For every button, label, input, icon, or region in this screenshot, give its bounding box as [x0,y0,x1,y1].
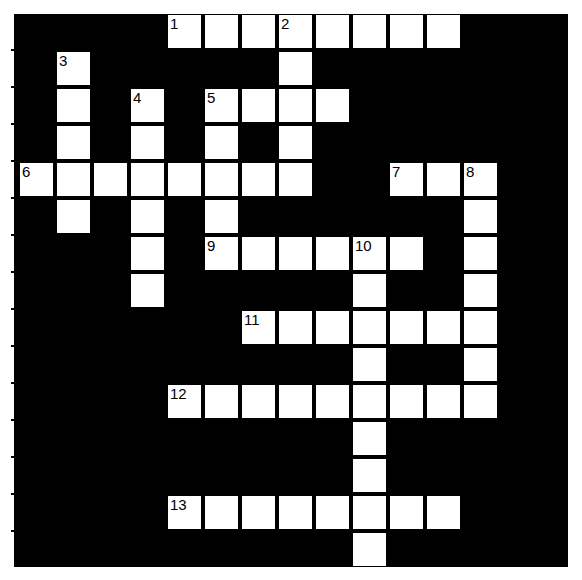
cell-r15c15 [538,533,571,566]
cell-r2c4 [131,52,164,85]
cell-r4c11 [390,126,423,159]
cell-r3c15 [538,89,571,122]
gridline-tick [11,160,14,162]
gridline-tick [11,493,14,495]
cell-r5c9 [316,163,349,196]
cell-r7c6[interactable]: 9 [205,237,238,270]
cell-r6c3 [94,200,127,233]
clue-number-4: 4 [133,90,141,105]
cell-r9c9[interactable] [316,311,349,344]
cell-r6c6[interactable] [205,200,238,233]
cell-r7c11[interactable] [390,237,423,270]
cell-r1c10[interactable] [353,15,386,48]
cell-r7c4[interactable] [131,237,164,270]
cell-r1c6[interactable] [205,15,238,48]
cell-r13c10[interactable] [353,459,386,492]
cell-r6c15 [538,200,571,233]
cell-r10c5 [168,348,201,381]
cell-r1c4 [131,15,164,48]
cell-r4c7 [242,126,275,159]
cell-r14c4 [131,496,164,529]
cell-r9c6 [205,311,238,344]
cell-r14c9[interactable] [316,496,349,529]
cell-r4c6[interactable] [205,126,238,159]
cell-r3c7[interactable] [242,89,275,122]
cell-r15c4 [131,533,164,566]
cell-r6c5 [168,200,201,233]
cell-r9c4 [131,311,164,344]
cell-r7c13[interactable] [464,237,497,270]
cell-r11c6[interactable] [205,385,238,418]
cell-r8c7 [242,274,275,307]
cell-r5c8[interactable] [279,163,312,196]
cell-r11c10[interactable] [353,385,386,418]
cell-r8c2 [57,274,90,307]
cell-r13c5 [168,459,201,492]
cell-r3c12 [427,89,460,122]
cell-r2c14 [501,52,534,85]
cell-r5c14 [501,163,534,196]
cell-r1c1 [20,15,53,48]
cell-r2c6 [205,52,238,85]
cell-r14c5[interactable]: 13 [168,496,201,529]
cell-r5c3[interactable] [94,163,127,196]
cell-r3c1 [20,89,53,122]
cell-r13c12 [427,459,460,492]
cell-r3c9[interactable] [316,89,349,122]
cell-r1c15 [538,15,571,48]
cell-r3c14 [501,89,534,122]
cell-r9c7[interactable]: 11 [242,311,275,344]
cell-r2c2[interactable]: 3 [57,52,90,85]
cell-r15c6 [205,533,238,566]
cell-r1c11[interactable] [390,15,423,48]
gridline-tick [11,345,14,347]
cell-r12c9 [316,422,349,455]
clue-number-12: 12 [170,386,187,401]
cell-r15c5 [168,533,201,566]
cell-r8c15 [538,274,571,307]
cell-r14c12[interactable] [427,496,460,529]
cell-r7c3 [94,237,127,270]
cell-r11c8[interactable] [279,385,312,418]
cell-r5c4[interactable] [131,163,164,196]
cell-r6c11 [390,200,423,233]
cell-r2c15 [538,52,571,85]
cell-r5c6[interactable] [205,163,238,196]
cell-r1c7[interactable] [242,15,275,48]
cell-r3c4[interactable]: 4 [131,89,164,122]
cell-r5c11[interactable]: 7 [390,163,423,196]
cell-r12c12 [427,422,460,455]
cell-r3c5 [168,89,201,122]
cell-r3c2[interactable] [57,89,90,122]
clue-number-8: 8 [466,164,474,179]
cell-r12c13 [464,422,497,455]
cell-r9c3 [94,311,127,344]
cell-r11c9[interactable] [316,385,349,418]
cell-r5c5[interactable] [168,163,201,196]
cell-r13c11 [390,459,423,492]
cell-r15c1 [20,533,53,566]
cell-r1c12[interactable] [427,15,460,48]
cell-r15c8 [279,533,312,566]
cell-r3c10 [353,89,386,122]
gridline-tick [11,86,14,88]
cell-r7c14 [501,237,534,270]
clue-number-13: 13 [170,497,187,512]
cell-r5c15 [538,163,571,196]
cell-r10c2 [57,348,90,381]
cell-r12c1 [20,422,53,455]
cell-r8c8 [279,274,312,307]
cell-r8c10[interactable] [353,274,386,307]
cell-r7c12 [427,237,460,270]
cell-r12c5 [168,422,201,455]
cell-r7c1 [20,237,53,270]
cell-r8c12 [427,274,460,307]
cell-r1c9[interactable] [316,15,349,48]
cell-r11c15 [538,385,571,418]
cell-r4c2[interactable] [57,126,90,159]
cell-r14c15 [538,496,571,529]
cell-r3c3 [94,89,127,122]
cell-r10c11 [390,348,423,381]
cell-r9c2 [57,311,90,344]
cell-r8c3 [94,274,127,307]
crossword-grid: 12345678910111213 [20,15,571,566]
cell-r4c14 [501,126,534,159]
cell-r12c8 [279,422,312,455]
cell-r10c14 [501,348,534,381]
cell-r11c13[interactable] [464,385,497,418]
cell-r6c9 [316,200,349,233]
cell-r5c1[interactable]: 6 [20,163,53,196]
cell-r6c13[interactable] [464,200,497,233]
cell-r10c15 [538,348,571,381]
cell-r14c2 [57,496,90,529]
cell-r1c14 [501,15,534,48]
cell-r15c13 [464,533,497,566]
clue-number-1: 1 [170,16,178,31]
cell-r5c10 [353,163,386,196]
cell-r14c8[interactable] [279,496,312,529]
cell-r11c7[interactable] [242,385,275,418]
cell-r9c12[interactable] [427,311,460,344]
clue-number-5: 5 [207,90,215,105]
gridline-tick [11,197,14,199]
cell-r1c8[interactable]: 2 [279,15,312,48]
cell-r8c13[interactable] [464,274,497,307]
cell-r15c10[interactable] [353,533,386,566]
gridline-tick [11,123,14,125]
cell-r9c13[interactable] [464,311,497,344]
cell-r14c7[interactable] [242,496,275,529]
cell-r8c5 [168,274,201,307]
cell-r15c3 [94,533,127,566]
cell-r14c11[interactable] [390,496,423,529]
clue-number-3: 3 [59,53,67,68]
clue-number-2: 2 [281,16,289,31]
clue-number-6: 6 [22,164,30,179]
cell-r6c10 [353,200,386,233]
cell-r8c14 [501,274,534,307]
cell-r7c9[interactable] [316,237,349,270]
cell-r6c14 [501,200,534,233]
cell-r6c1 [20,200,53,233]
cell-r4c12 [427,126,460,159]
cell-r11c1 [20,385,53,418]
cell-r5c7[interactable] [242,163,275,196]
cell-r15c11 [390,533,423,566]
gridline-tick [11,419,14,421]
cell-r10c3 [94,348,127,381]
gridline-tick [11,234,14,236]
cell-r10c8 [279,348,312,381]
clue-number-10: 10 [355,238,372,253]
cell-r13c4 [131,459,164,492]
cell-r13c14 [501,459,534,492]
cell-r11c2 [57,385,90,418]
cell-r11c11[interactable] [390,385,423,418]
cell-r3c8[interactable] [279,89,312,122]
cell-r1c3 [94,15,127,48]
cell-r2c12 [427,52,460,85]
cell-r13c1 [20,459,53,492]
cell-r12c6 [205,422,238,455]
cell-r9c1 [20,311,53,344]
gridline-tick [11,49,14,51]
cell-r3c13 [464,89,497,122]
cell-r7c15 [538,237,571,270]
cell-r13c9 [316,459,349,492]
cell-r15c2 [57,533,90,566]
cell-r9c11[interactable] [390,311,423,344]
cell-r15c12 [427,533,460,566]
cell-r9c10[interactable] [353,311,386,344]
clue-number-7: 7 [392,164,400,179]
cell-r13c15 [538,459,571,492]
cell-r5c13[interactable]: 8 [464,163,497,196]
cell-r1c2 [57,15,90,48]
clue-number-9: 9 [207,238,215,253]
cell-r11c14 [501,385,534,418]
cell-r6c7 [242,200,275,233]
cell-r1c5[interactable]: 1 [168,15,201,48]
cell-r7c2 [57,237,90,270]
cell-r14c1 [20,496,53,529]
cell-r12c11 [390,422,423,455]
cell-r12c10[interactable] [353,422,386,455]
cell-r4c10 [353,126,386,159]
cell-r2c9 [316,52,349,85]
cell-r2c11 [390,52,423,85]
crossword-board: 12345678910111213 [14,14,568,567]
cell-r4c9 [316,126,349,159]
cell-r9c5 [168,311,201,344]
cell-r12c4 [131,422,164,455]
cell-r4c3 [94,126,127,159]
cell-r6c4[interactable] [131,200,164,233]
cell-r7c8[interactable] [279,237,312,270]
cell-r4c13 [464,126,497,159]
cell-r10c6 [205,348,238,381]
cell-r13c2 [57,459,90,492]
cell-r4c8[interactable] [279,126,312,159]
cell-r2c1 [20,52,53,85]
cell-r13c6 [205,459,238,492]
cell-r7c5 [168,237,201,270]
cell-r2c5 [168,52,201,85]
gridline-tick [11,271,14,273]
cell-r14c14 [501,496,534,529]
cell-r2c13 [464,52,497,85]
cell-r1c13 [464,15,497,48]
cell-r11c4 [131,385,164,418]
cell-r10c1 [20,348,53,381]
cell-r2c10 [353,52,386,85]
cell-r7c7[interactable] [242,237,275,270]
cell-r14c13 [464,496,497,529]
cell-r6c8 [279,200,312,233]
cell-r12c15 [538,422,571,455]
cell-r10c13[interactable] [464,348,497,381]
cell-r9c14 [501,311,534,344]
cell-r10c10[interactable] [353,348,386,381]
cell-r8c11 [390,274,423,307]
cell-r14c10[interactable] [353,496,386,529]
gridline-tick [11,456,14,458]
cell-r8c6 [205,274,238,307]
cell-r10c7 [242,348,275,381]
cell-r9c15 [538,311,571,344]
cell-r13c8 [279,459,312,492]
cell-r4c4[interactable] [131,126,164,159]
cell-r12c2 [57,422,90,455]
cell-r8c9 [316,274,349,307]
gridline-tick [11,382,14,384]
cell-r11c3 [94,385,127,418]
cell-r7c10[interactable]: 10 [353,237,386,270]
cell-r5c2[interactable] [57,163,90,196]
gridline-tick [11,530,14,532]
cell-r10c12 [427,348,460,381]
cell-r11c5[interactable]: 12 [168,385,201,418]
cell-r15c7 [242,533,275,566]
cell-r2c7 [242,52,275,85]
cell-r3c11 [390,89,423,122]
cell-r13c13 [464,459,497,492]
cell-r2c8[interactable] [279,52,312,85]
cell-r12c14 [501,422,534,455]
cell-r6c2[interactable] [57,200,90,233]
cell-r4c15 [538,126,571,159]
cell-r10c4 [131,348,164,381]
gridline-tick [11,308,14,310]
cell-r8c4[interactable] [131,274,164,307]
cell-r8c1 [20,274,53,307]
cell-r14c6[interactable] [205,496,238,529]
cell-r12c7 [242,422,275,455]
cell-r5c12[interactable] [427,163,460,196]
cell-r15c14 [501,533,534,566]
cell-r14c3 [94,496,127,529]
cell-r13c7 [242,459,275,492]
cell-r9c8[interactable] [279,311,312,344]
cell-r4c1 [20,126,53,159]
cell-r15c9 [316,533,349,566]
cell-r11c12[interactable] [427,385,460,418]
cell-r13c3 [94,459,127,492]
cell-r6c12 [427,200,460,233]
cell-r10c9 [316,348,349,381]
cell-r4c5 [168,126,201,159]
cell-r12c3 [94,422,127,455]
cell-r3c6[interactable]: 5 [205,89,238,122]
clue-number-11: 11 [244,312,260,327]
cell-r2c3 [94,52,127,85]
